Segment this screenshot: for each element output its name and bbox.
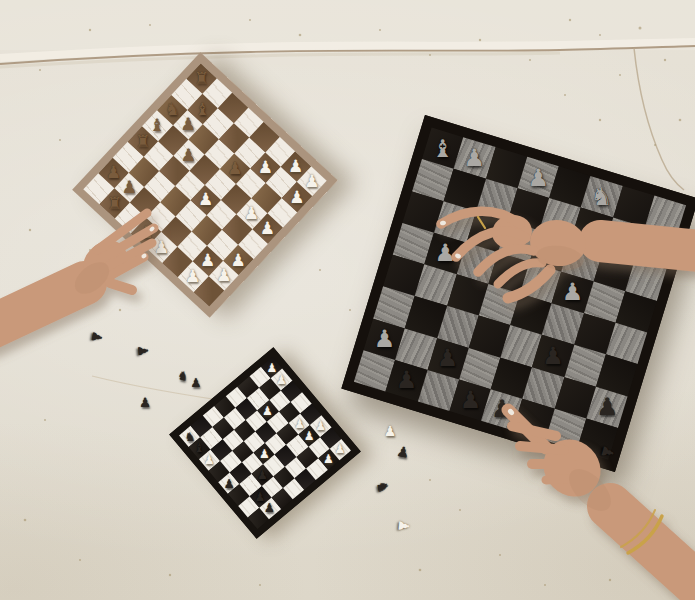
right-hand: [440, 211, 695, 298]
concrete-floor-scene: ♟♜♝♞♜♜♟♟♝♟♟♟♟♟♟♟♟♟♟♟♟♟♟♟ ♝♟♟♞♟♟♟♟♟♟♟♟♟♟ …: [0, 0, 695, 600]
bottom-right-hand: [507, 408, 695, 598]
hands-overlay: [0, 0, 695, 600]
left-hand: [0, 213, 155, 330]
gold-ring: [478, 217, 485, 228]
